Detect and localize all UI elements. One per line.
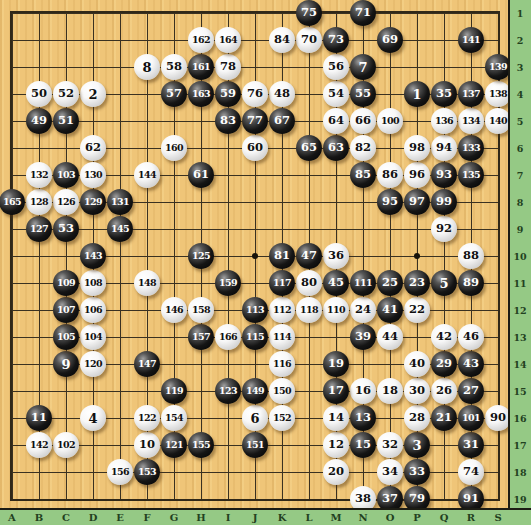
row-label: 3 <box>510 62 530 73</box>
move-number: 123 <box>219 386 237 396</box>
move-number: 117 <box>273 278 291 288</box>
stone-white-100[interactable]: 100 <box>377 108 403 134</box>
column-label: M <box>328 512 344 523</box>
move-number: 40 <box>409 358 425 370</box>
move-number: 22 <box>409 304 425 316</box>
column-label: H <box>193 512 209 523</box>
move-number: 5 <box>439 277 448 290</box>
move-number: 96 <box>409 169 425 181</box>
move-number: 146 <box>165 305 183 315</box>
stone-white-66[interactable]: 66 <box>350 108 376 134</box>
stone-white-12[interactable]: 12 <box>323 432 349 458</box>
stone-black-31[interactable]: 31 <box>458 432 484 458</box>
stone-black-53[interactable]: 53 <box>53 216 79 242</box>
move-number: 33 <box>409 466 425 478</box>
move-number: 2 <box>88 88 97 101</box>
stone-black-39[interactable]: 39 <box>350 324 376 350</box>
stone-black-131[interactable]: 131 <box>107 189 133 215</box>
stone-white-116[interactable]: 116 <box>269 351 295 377</box>
move-number: 13 <box>355 412 371 424</box>
stone-white-52[interactable]: 52 <box>53 81 79 107</box>
move-number: 90 <box>490 412 506 424</box>
move-number: 93 <box>436 169 452 181</box>
move-number: 8 <box>142 61 151 74</box>
move-number: 7 <box>358 61 367 74</box>
stone-white-122[interactable]: 122 <box>134 405 160 431</box>
stone-white-92[interactable]: 92 <box>431 216 457 242</box>
move-number: 39 <box>355 331 371 343</box>
stone-white-40[interactable]: 40 <box>404 351 430 377</box>
stone-black-59[interactable]: 59 <box>215 81 241 107</box>
stone-white-62[interactable]: 62 <box>80 135 106 161</box>
stone-black-111[interactable]: 111 <box>350 270 376 296</box>
stone-white-56[interactable]: 56 <box>323 54 349 80</box>
stone-black-41[interactable]: 41 <box>377 297 403 323</box>
move-number: 6 <box>250 412 259 425</box>
move-number: 165 <box>3 197 21 207</box>
row-label: 17 <box>510 440 530 451</box>
stone-black-155[interactable]: 155 <box>188 432 214 458</box>
stone-black-97[interactable]: 97 <box>404 189 430 215</box>
stone-black-69[interactable]: 69 <box>377 27 403 53</box>
stone-white-34[interactable]: 34 <box>377 459 403 485</box>
move-number: 95 <box>382 196 398 208</box>
row-label: 1 <box>510 8 530 19</box>
stone-black-3[interactable]: 3 <box>404 432 430 458</box>
stone-white-60[interactable]: 60 <box>242 135 268 161</box>
move-number: 158 <box>192 305 210 315</box>
move-number: 161 <box>192 62 210 72</box>
move-number: 38 <box>355 493 371 505</box>
move-number: 35 <box>436 88 452 100</box>
stone-white-112[interactable]: 112 <box>269 297 295 323</box>
move-number: 9 <box>61 358 70 371</box>
stone-black-115[interactable]: 115 <box>242 324 268 350</box>
move-number: 4 <box>88 412 97 425</box>
stone-black-25[interactable]: 25 <box>377 270 403 296</box>
move-number: 152 <box>273 413 291 423</box>
move-number: 112 <box>273 305 291 315</box>
move-number: 99 <box>436 196 452 208</box>
move-number: 142 <box>30 440 48 450</box>
stone-white-114[interactable]: 114 <box>269 324 295 350</box>
stone-white-136[interactable]: 136 <box>431 108 457 134</box>
stone-black-77[interactable]: 77 <box>242 108 268 134</box>
stone-white-6[interactable]: 6 <box>242 405 268 431</box>
column-label: I <box>220 512 236 523</box>
stone-black-157[interactable]: 157 <box>188 324 214 350</box>
stone-black-129[interactable]: 129 <box>80 189 106 215</box>
move-number: 63 <box>328 142 344 154</box>
row-label: 18 <box>510 467 530 478</box>
stone-black-45[interactable]: 45 <box>323 270 349 296</box>
stone-black-7[interactable]: 7 <box>350 54 376 80</box>
move-number: 31 <box>463 439 479 451</box>
stone-white-164[interactable]: 164 <box>215 27 241 53</box>
stone-black-15[interactable]: 15 <box>350 432 376 458</box>
move-number: 136 <box>435 116 453 126</box>
move-number: 43 <box>463 358 479 370</box>
move-number: 82 <box>355 142 371 154</box>
stone-black-113[interactable]: 113 <box>242 297 268 323</box>
stone-white-94[interactable]: 94 <box>431 135 457 161</box>
stone-white-2[interactable]: 2 <box>80 81 106 107</box>
stone-black-83[interactable]: 83 <box>215 108 241 134</box>
move-number: 76 <box>247 88 263 100</box>
stone-white-154[interactable]: 154 <box>161 405 187 431</box>
stone-white-118[interactable]: 118 <box>296 297 322 323</box>
move-number: 151 <box>246 440 264 450</box>
move-number: 53 <box>58 223 74 235</box>
stone-black-123[interactable]: 123 <box>215 378 241 404</box>
move-number: 60 <box>247 142 263 154</box>
move-number: 85 <box>355 169 371 181</box>
move-number: 113 <box>246 305 264 315</box>
stone-black-61[interactable]: 61 <box>188 162 214 188</box>
stone-white-86[interactable]: 86 <box>377 162 403 188</box>
stone-white-96[interactable]: 96 <box>404 162 430 188</box>
row-label: 11 <box>510 278 530 289</box>
move-number: 97 <box>409 196 425 208</box>
row-label: 9 <box>510 224 530 235</box>
stone-black-71[interactable]: 71 <box>350 0 376 26</box>
row-label: 2 <box>510 35 530 46</box>
stone-white-132[interactable]: 132 <box>26 162 52 188</box>
move-number: 67 <box>274 115 290 127</box>
move-number: 11 <box>31 412 47 424</box>
move-number: 25 <box>382 277 398 289</box>
column-label: S <box>490 512 506 523</box>
move-number: 30 <box>409 385 425 397</box>
stone-white-142[interactable]: 142 <box>26 432 52 458</box>
stone-white-144[interactable]: 144 <box>134 162 160 188</box>
stone-white-88[interactable]: 88 <box>458 243 484 269</box>
move-number: 105 <box>57 332 75 342</box>
stone-white-126[interactable]: 126 <box>53 189 79 215</box>
move-number: 27 <box>463 385 479 397</box>
stone-white-48[interactable]: 48 <box>269 81 295 107</box>
stone-white-28[interactable]: 28 <box>404 405 430 431</box>
stone-black-35[interactable]: 35 <box>431 81 457 107</box>
move-number: 141 <box>462 35 480 45</box>
move-number: 110 <box>327 305 345 315</box>
stone-black-101[interactable]: 101 <box>458 405 484 431</box>
stone-black-99[interactable]: 99 <box>431 189 457 215</box>
stone-white-120[interactable]: 120 <box>80 351 106 377</box>
stone-black-147[interactable]: 147 <box>134 351 160 377</box>
stone-black-133[interactable]: 133 <box>458 135 484 161</box>
stone-black-141[interactable]: 141 <box>458 27 484 53</box>
stone-black-1[interactable]: 1 <box>404 81 430 107</box>
stone-white-148[interactable]: 148 <box>134 270 160 296</box>
stone-black-135[interactable]: 135 <box>458 162 484 188</box>
stone-white-14[interactable]: 14 <box>323 405 349 431</box>
move-number: 102 <box>57 440 75 450</box>
stone-black-75[interactable]: 75 <box>296 0 322 26</box>
move-number: 17 <box>328 385 344 397</box>
stone-white-82[interactable]: 82 <box>350 135 376 161</box>
stone-white-130[interactable]: 130 <box>80 162 106 188</box>
stone-white-30[interactable]: 30 <box>404 378 430 404</box>
move-number: 86 <box>382 169 398 181</box>
move-number: 3 <box>412 439 421 452</box>
stone-black-105[interactable]: 105 <box>53 324 79 350</box>
stone-black-161[interactable]: 161 <box>188 54 214 80</box>
go-game-diagram: 12345678910111213141516171819ABCDEFGHIJK… <box>0 0 531 525</box>
stone-white-158[interactable]: 158 <box>188 297 214 323</box>
stone-white-36[interactable]: 36 <box>323 243 349 269</box>
stone-black-137[interactable]: 137 <box>458 81 484 107</box>
stone-white-50[interactable]: 50 <box>26 81 52 107</box>
stone-white-106[interactable]: 106 <box>80 297 106 323</box>
stone-black-127[interactable]: 127 <box>26 216 52 242</box>
move-number: 157 <box>192 332 210 342</box>
stone-white-104[interactable]: 104 <box>80 324 106 350</box>
column-label: B <box>31 512 47 523</box>
move-number: 52 <box>58 88 74 100</box>
stone-black-57[interactable]: 57 <box>161 81 187 107</box>
stone-black-117[interactable]: 117 <box>269 270 295 296</box>
stone-black-125[interactable]: 125 <box>188 243 214 269</box>
stone-white-166[interactable]: 166 <box>215 324 241 350</box>
move-number: 59 <box>220 88 236 100</box>
column-label: C <box>58 512 74 523</box>
move-number: 65 <box>301 142 317 154</box>
move-number: 16 <box>355 385 371 397</box>
stone-black-11[interactable]: 11 <box>26 405 52 431</box>
move-number: 45 <box>328 277 344 289</box>
stone-white-44[interactable]: 44 <box>377 324 403 350</box>
move-number: 36 <box>328 250 344 262</box>
move-number: 138 <box>489 89 507 99</box>
move-number: 131 <box>111 197 129 207</box>
stone-black-27[interactable]: 27 <box>458 378 484 404</box>
row-label: 7 <box>510 170 530 181</box>
move-number: 166 <box>219 332 237 342</box>
stone-black-55[interactable]: 55 <box>350 81 376 107</box>
stone-white-102[interactable]: 102 <box>53 432 79 458</box>
move-number: 114 <box>273 332 291 342</box>
stone-white-108[interactable]: 108 <box>80 270 106 296</box>
stone-white-70[interactable]: 70 <box>296 27 322 53</box>
column-label: O <box>382 512 398 523</box>
stone-black-95[interactable]: 95 <box>377 189 403 215</box>
move-number: 12 <box>328 439 344 451</box>
stone-white-26[interactable]: 26 <box>431 378 457 404</box>
move-number: 26 <box>436 385 452 397</box>
stone-white-64[interactable]: 64 <box>323 108 349 134</box>
stone-white-78[interactable]: 78 <box>215 54 241 80</box>
move-number: 145 <box>111 224 129 234</box>
stone-white-80[interactable]: 80 <box>296 270 322 296</box>
move-number: 132 <box>30 170 48 180</box>
stone-black-107[interactable]: 107 <box>53 297 79 323</box>
move-number: 77 <box>247 115 263 127</box>
stone-white-16[interactable]: 16 <box>350 378 376 404</box>
move-number: 49 <box>31 115 47 127</box>
stone-white-110[interactable]: 110 <box>323 297 349 323</box>
stone-white-18[interactable]: 18 <box>377 378 403 404</box>
stone-black-23[interactable]: 23 <box>404 270 430 296</box>
move-number: 126 <box>57 197 75 207</box>
stone-white-156[interactable]: 156 <box>107 459 133 485</box>
move-number: 73 <box>328 34 344 46</box>
move-number: 155 <box>192 440 210 450</box>
move-number: 115 <box>246 332 264 342</box>
stone-white-8[interactable]: 8 <box>134 54 160 80</box>
stone-white-128[interactable]: 128 <box>26 189 52 215</box>
move-number: 164 <box>219 35 237 45</box>
stone-black-63[interactable]: 63 <box>323 135 349 161</box>
stone-black-29[interactable]: 29 <box>431 351 457 377</box>
move-number: 120 <box>84 359 102 369</box>
stone-white-146[interactable]: 146 <box>161 297 187 323</box>
move-number: 54 <box>328 88 344 100</box>
stone-white-74[interactable]: 74 <box>458 459 484 485</box>
move-number: 78 <box>220 61 236 73</box>
stone-black-121[interactable]: 121 <box>161 432 187 458</box>
column-label: E <box>112 512 128 523</box>
stone-black-93[interactable]: 93 <box>431 162 457 188</box>
stone-white-150[interactable]: 150 <box>269 378 295 404</box>
move-number: 70 <box>301 34 317 46</box>
row-label: 15 <box>510 386 530 397</box>
stone-black-109[interactable]: 109 <box>53 270 79 296</box>
move-number: 57 <box>166 88 182 100</box>
move-number: 159 <box>219 278 237 288</box>
stone-black-17[interactable]: 17 <box>323 378 349 404</box>
stone-white-98[interactable]: 98 <box>404 135 430 161</box>
move-number: 128 <box>30 197 48 207</box>
stone-black-85[interactable]: 85 <box>350 162 376 188</box>
stone-white-42[interactable]: 42 <box>431 324 457 350</box>
stone-black-67[interactable]: 67 <box>269 108 295 134</box>
stone-white-134[interactable]: 134 <box>458 108 484 134</box>
move-number: 23 <box>409 277 425 289</box>
stone-black-81[interactable]: 81 <box>269 243 295 269</box>
column-label: L <box>301 512 317 523</box>
stone-white-32[interactable]: 32 <box>377 432 403 458</box>
move-number: 44 <box>382 331 398 343</box>
column-label: N <box>355 512 371 523</box>
stone-black-159[interactable]: 159 <box>215 270 241 296</box>
stone-white-20[interactable]: 20 <box>323 459 349 485</box>
move-number: 62 <box>85 142 101 154</box>
stone-black-51[interactable]: 51 <box>53 108 79 134</box>
move-number: 121 <box>165 440 183 450</box>
column-label: J <box>247 512 263 523</box>
stone-white-24[interactable]: 24 <box>350 297 376 323</box>
move-number: 109 <box>57 278 75 288</box>
stone-black-143[interactable]: 143 <box>80 243 106 269</box>
move-number: 106 <box>84 305 102 315</box>
move-number: 29 <box>436 358 452 370</box>
stone-black-49[interactable]: 49 <box>26 108 52 134</box>
move-number: 130 <box>84 170 102 180</box>
stone-black-89[interactable]: 89 <box>458 270 484 296</box>
move-number: 107 <box>57 305 75 315</box>
stone-black-5[interactable]: 5 <box>431 270 457 296</box>
move-number: 66 <box>355 115 371 127</box>
stone-black-153[interactable]: 153 <box>134 459 160 485</box>
move-number: 150 <box>273 386 291 396</box>
move-number: 34 <box>382 466 398 478</box>
stone-black-151[interactable]: 151 <box>242 432 268 458</box>
stone-black-163[interactable]: 163 <box>188 81 214 107</box>
move-number: 89 <box>463 277 479 289</box>
move-number: 64 <box>328 115 344 127</box>
move-number: 137 <box>462 89 480 99</box>
move-number: 94 <box>436 142 452 154</box>
move-number: 51 <box>58 115 74 127</box>
move-number: 135 <box>462 170 480 180</box>
move-number: 42 <box>436 331 452 343</box>
stone-black-9[interactable]: 9 <box>53 351 79 377</box>
stone-black-19[interactable]: 19 <box>323 351 349 377</box>
stone-black-13[interactable]: 13 <box>350 405 376 431</box>
move-number: 133 <box>462 143 480 153</box>
column-label: G <box>166 512 182 523</box>
move-number: 163 <box>192 89 210 99</box>
stone-white-22[interactable]: 22 <box>404 297 430 323</box>
move-number: 108 <box>84 278 102 288</box>
stone-black-149[interactable]: 149 <box>242 378 268 404</box>
move-number: 71 <box>355 7 371 19</box>
stone-white-162[interactable]: 162 <box>188 27 214 53</box>
stone-white-160[interactable]: 160 <box>161 135 187 161</box>
move-number: 144 <box>138 170 156 180</box>
stone-black-119[interactable]: 119 <box>161 378 187 404</box>
stone-white-46[interactable]: 46 <box>458 324 484 350</box>
stone-white-10[interactable]: 10 <box>134 432 160 458</box>
move-number: 58 <box>166 61 182 73</box>
stone-black-73[interactable]: 73 <box>323 27 349 53</box>
row-label: 8 <box>510 197 530 208</box>
stone-black-145[interactable]: 145 <box>107 216 133 242</box>
stone-black-103[interactable]: 103 <box>53 162 79 188</box>
stone-black-165[interactable]: 165 <box>0 189 25 215</box>
move-number: 46 <box>463 331 479 343</box>
move-number: 88 <box>463 250 479 262</box>
row-label: 19 <box>510 494 530 505</box>
move-number: 37 <box>382 493 398 505</box>
move-number: 74 <box>463 466 479 478</box>
stone-black-43[interactable]: 43 <box>458 351 484 377</box>
move-number: 19 <box>328 358 344 370</box>
stone-white-152[interactable]: 152 <box>269 405 295 431</box>
row-label: 10 <box>510 251 530 262</box>
stone-black-21[interactable]: 21 <box>431 405 457 431</box>
move-number: 148 <box>138 278 156 288</box>
move-number: 50 <box>31 88 47 100</box>
stone-black-65[interactable]: 65 <box>296 135 322 161</box>
stone-white-58[interactable]: 58 <box>161 54 187 80</box>
row-label: 12 <box>510 305 530 316</box>
row-label: 13 <box>510 332 530 343</box>
stone-white-54[interactable]: 54 <box>323 81 349 107</box>
move-number: 103 <box>57 170 75 180</box>
stone-black-33[interactable]: 33 <box>404 459 430 485</box>
row-label: 4 <box>510 89 530 100</box>
stone-white-76[interactable]: 76 <box>242 81 268 107</box>
stone-black-47[interactable]: 47 <box>296 243 322 269</box>
move-number: 116 <box>273 359 291 369</box>
move-number: 91 <box>463 493 479 505</box>
stone-white-4[interactable]: 4 <box>80 405 106 431</box>
move-number: 111 <box>354 278 372 288</box>
move-number: 125 <box>192 251 210 261</box>
stone-white-84[interactable]: 84 <box>269 27 295 53</box>
